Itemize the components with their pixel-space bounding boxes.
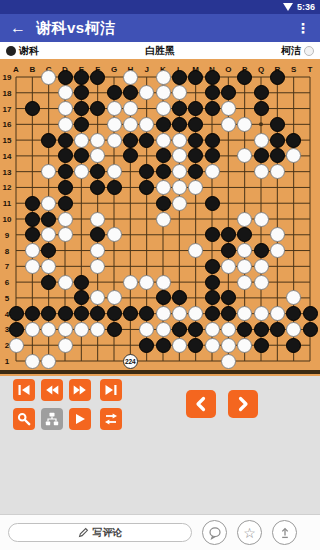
stone-white xyxy=(123,70,138,85)
stone-black xyxy=(139,338,154,353)
stone-white xyxy=(90,259,105,274)
stone-black xyxy=(286,338,301,353)
chevron-left-icon xyxy=(193,396,209,412)
stone-white xyxy=(107,227,122,242)
stone-white xyxy=(270,306,285,321)
stone-white xyxy=(107,133,122,148)
share-button[interactable] xyxy=(272,520,297,545)
stone-black xyxy=(123,133,138,148)
stone-black xyxy=(9,322,24,337)
comment-bubble-icon xyxy=(208,526,222,540)
stone-black xyxy=(74,85,89,100)
stone-black xyxy=(58,133,73,148)
stone-white xyxy=(172,196,187,211)
stone-black xyxy=(205,148,220,163)
star-button[interactable]: ☆ xyxy=(237,520,262,545)
stone-black xyxy=(156,148,171,163)
row-label: 16 xyxy=(3,120,12,129)
autoplay-button[interactable] xyxy=(69,408,91,430)
stone-white xyxy=(221,101,236,116)
stone-black xyxy=(205,290,220,305)
col-label: J xyxy=(144,65,148,74)
stone-white xyxy=(58,322,73,337)
fast-rewind-button[interactable] xyxy=(41,379,63,401)
stone-white xyxy=(25,243,40,258)
stone-white xyxy=(107,101,122,116)
skip-to-end-icon xyxy=(104,383,118,397)
stone-white xyxy=(156,322,171,337)
stone-black xyxy=(221,306,236,321)
stone-black xyxy=(74,70,89,85)
stone-white xyxy=(172,164,187,179)
stone-white xyxy=(139,322,154,337)
overflow-menu-icon[interactable]: ⋮ xyxy=(286,20,320,36)
stone-white xyxy=(107,164,122,179)
stone-black xyxy=(188,338,203,353)
stone-black xyxy=(270,70,285,85)
stone-white xyxy=(156,306,171,321)
stone-black xyxy=(221,243,236,258)
stone-white xyxy=(156,180,171,195)
col-label: Q xyxy=(258,65,264,74)
stone-black xyxy=(270,322,285,337)
stone-white xyxy=(156,133,171,148)
stone-white xyxy=(237,212,252,227)
stone-white xyxy=(270,243,285,258)
stone-black xyxy=(254,85,269,100)
stone-white xyxy=(123,117,138,132)
comment-input[interactable]: 写评论 xyxy=(8,523,192,542)
stone-white xyxy=(58,275,73,290)
share-icon xyxy=(278,526,292,540)
board-bottom-edge xyxy=(0,370,320,374)
stone-white xyxy=(58,212,73,227)
stone-black xyxy=(205,306,220,321)
stone-white xyxy=(58,101,73,116)
row-label: 11 xyxy=(3,199,11,208)
stone-black xyxy=(25,227,40,242)
stone-black xyxy=(188,70,203,85)
pencil-icon xyxy=(78,527,89,538)
game-tree-icon xyxy=(45,412,59,426)
row-label: 7 xyxy=(5,262,9,271)
row-label: 14 xyxy=(3,151,12,160)
stone-black xyxy=(156,196,171,211)
stone-black xyxy=(123,306,138,321)
stone-black xyxy=(205,259,220,274)
stone-black xyxy=(74,117,89,132)
stone-black xyxy=(188,322,203,337)
stone-black xyxy=(74,275,89,290)
next-move-button[interactable] xyxy=(228,390,258,418)
stone-white xyxy=(221,117,236,132)
page-title: 谢科vs柯洁 xyxy=(36,19,116,38)
stone-white xyxy=(58,117,73,132)
stone-black xyxy=(254,338,269,353)
stone-white xyxy=(139,117,154,132)
stone-black xyxy=(205,196,220,211)
stone-black xyxy=(172,70,187,85)
stone-white xyxy=(221,259,236,274)
stone-black xyxy=(205,70,220,85)
stone-white xyxy=(156,212,171,227)
status-time: 5:36 xyxy=(297,2,315,12)
stone-black xyxy=(221,227,236,242)
stone-white xyxy=(139,275,154,290)
stone-white xyxy=(172,85,187,100)
stone-black xyxy=(107,322,122,337)
stone-white xyxy=(221,338,236,353)
stone-black xyxy=(205,227,220,242)
stone-black xyxy=(270,117,285,132)
col-label: A xyxy=(13,65,19,74)
stone-black xyxy=(58,180,73,195)
stone-black xyxy=(107,180,122,195)
stone-black xyxy=(25,196,40,211)
row-label: 6 xyxy=(5,278,9,287)
stone-black xyxy=(107,306,122,321)
stone-white xyxy=(254,275,269,290)
stone-white xyxy=(172,306,187,321)
stone-black xyxy=(25,212,40,227)
stone-black xyxy=(58,148,73,163)
stone-white xyxy=(156,85,171,100)
stone-white xyxy=(90,212,105,227)
stone-white xyxy=(74,322,89,337)
stone-white xyxy=(123,275,138,290)
stone-black xyxy=(139,180,154,195)
stone-black xyxy=(58,306,73,321)
stone-black xyxy=(25,101,40,116)
stone-black xyxy=(41,133,56,148)
search-icon xyxy=(17,412,31,426)
stone-white xyxy=(58,85,73,100)
star-icon: ☆ xyxy=(243,526,256,540)
row-label: 17 xyxy=(3,104,12,113)
row-label: 15 xyxy=(3,136,12,145)
stone-white xyxy=(188,180,203,195)
fast-forward-icon xyxy=(73,383,87,397)
stone-white xyxy=(172,133,187,148)
stone-black xyxy=(58,164,73,179)
go-board[interactable]: ABCDEFGHJKLMNOPQRST191817161514131211109… xyxy=(0,59,320,376)
stone-white xyxy=(41,70,56,85)
players-bar: 白胜黑 谢科 柯洁 xyxy=(0,42,320,59)
stone-black xyxy=(270,133,285,148)
stone-black xyxy=(74,101,89,116)
stone-white xyxy=(107,290,122,305)
stone-white xyxy=(25,322,40,337)
row-label: 12 xyxy=(3,183,12,192)
app-bar: ← 谢科vs柯洁 ⋮ xyxy=(0,14,320,42)
stone-white xyxy=(90,133,105,148)
row-label: 5 xyxy=(5,293,9,302)
skip-to-start-button[interactable] xyxy=(13,379,35,401)
status-bar: 5:36 xyxy=(0,0,320,14)
stone-white xyxy=(25,354,40,369)
col-label: S xyxy=(291,65,296,74)
stone-white xyxy=(270,227,285,242)
stone-white xyxy=(205,338,220,353)
chevron-right-icon xyxy=(235,396,251,412)
stone-white xyxy=(9,338,24,353)
stone-white xyxy=(41,354,56,369)
stone-black xyxy=(254,101,269,116)
row-label: 18 xyxy=(3,88,12,97)
stone-white xyxy=(156,101,171,116)
stone-white xyxy=(25,259,40,274)
stone-black xyxy=(205,85,220,100)
stone-black xyxy=(303,322,318,337)
stone-black xyxy=(172,322,187,337)
stone-black xyxy=(188,133,203,148)
swap-arrows-icon xyxy=(104,412,118,426)
stone-black xyxy=(172,117,187,132)
skip-to-end-button[interactable] xyxy=(100,379,122,401)
stone-black xyxy=(90,70,105,85)
stone-black xyxy=(139,133,154,148)
stone-white xyxy=(123,101,138,116)
stone-black xyxy=(74,306,89,321)
swap-button[interactable] xyxy=(100,408,122,430)
stone-white xyxy=(254,259,269,274)
stone-black xyxy=(90,180,105,195)
stone-white xyxy=(270,164,285,179)
previous-move-button[interactable] xyxy=(186,390,216,418)
row-label: 9 xyxy=(5,230,9,239)
stone-black xyxy=(107,85,122,100)
row-label: 10 xyxy=(3,215,12,224)
stone-black xyxy=(156,290,171,305)
stone-white xyxy=(286,322,301,337)
fast-rewind-icon xyxy=(45,383,59,397)
stone-white xyxy=(107,117,122,132)
comment-bubble-button[interactable] xyxy=(202,520,227,545)
stone-black xyxy=(156,117,171,132)
stone-white xyxy=(237,275,252,290)
stone-black xyxy=(303,306,318,321)
stone-black xyxy=(205,101,220,116)
stone-black xyxy=(123,85,138,100)
stone-white xyxy=(254,212,269,227)
stone-white xyxy=(74,133,89,148)
stone-white xyxy=(221,322,236,337)
search-button[interactable] xyxy=(13,408,35,430)
stone-white xyxy=(74,164,89,179)
stone-white xyxy=(156,275,171,290)
stone-black xyxy=(156,164,171,179)
stone-black xyxy=(205,133,220,148)
play-icon xyxy=(73,412,87,426)
stone-white xyxy=(41,322,56,337)
stone-white xyxy=(172,338,187,353)
stone-white xyxy=(90,322,105,337)
stone-black xyxy=(25,306,40,321)
stone-black xyxy=(254,243,269,258)
stone-white xyxy=(254,306,269,321)
stone-black xyxy=(237,322,252,337)
stone-black xyxy=(205,275,220,290)
skip-to-start-icon xyxy=(17,383,31,397)
stone-white xyxy=(254,164,269,179)
stone-white xyxy=(221,354,236,369)
stone-white xyxy=(237,259,252,274)
stone-white xyxy=(58,227,73,242)
stone-black xyxy=(58,196,73,211)
comment-placeholder: 写评论 xyxy=(93,526,123,540)
stone-black xyxy=(41,212,56,227)
stone-black xyxy=(254,148,269,163)
comment-bar: 写评论 ☆ xyxy=(0,514,320,550)
stone-white xyxy=(156,70,171,85)
fast-forward-button[interactable] xyxy=(69,379,91,401)
control-pad xyxy=(0,376,320,514)
stone-black xyxy=(172,101,187,116)
row-label: 8 xyxy=(5,246,9,255)
stone-black xyxy=(188,117,203,132)
col-label: B xyxy=(29,65,35,74)
stone-black xyxy=(237,70,252,85)
wifi-icon xyxy=(283,3,293,11)
stone-white xyxy=(58,338,73,353)
stone-black xyxy=(286,133,301,148)
stone-white xyxy=(237,338,252,353)
stone-black xyxy=(58,70,73,85)
stone-black xyxy=(156,338,171,353)
row-label: 19 xyxy=(3,73,12,82)
col-label: G xyxy=(111,65,117,74)
stone-marked-last-move: 224 xyxy=(123,354,138,369)
stone-black xyxy=(41,275,56,290)
stone-white xyxy=(172,180,187,195)
back-arrow-icon[interactable]: ← xyxy=(0,19,36,37)
row-label: 13 xyxy=(3,167,12,176)
col-label: T xyxy=(308,65,313,74)
stone-white xyxy=(41,259,56,274)
stone-black xyxy=(254,322,269,337)
stone-white xyxy=(205,322,220,337)
col-label: O xyxy=(225,65,231,74)
stone-white xyxy=(205,164,220,179)
stone-white xyxy=(237,117,252,132)
stone-white xyxy=(254,133,269,148)
stone-white xyxy=(41,196,56,211)
game-tree-button[interactable] xyxy=(41,408,63,430)
stone-black xyxy=(221,85,236,100)
game-result: 白胜黑 xyxy=(0,44,320,58)
row-label: 1 xyxy=(5,357,9,366)
stone-black xyxy=(9,306,24,321)
